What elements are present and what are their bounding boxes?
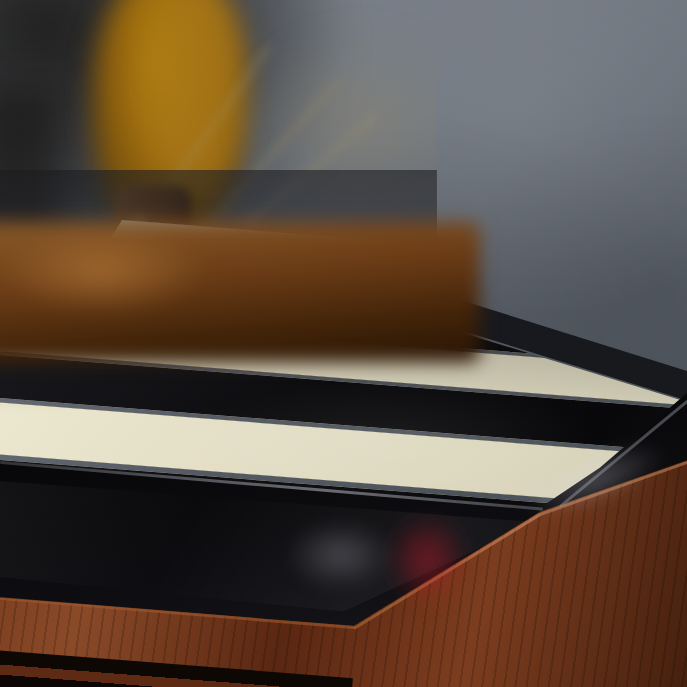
silver-reflection bbox=[285, 520, 395, 590]
red-knight-reflection bbox=[385, 512, 470, 607]
wooden-box-blur bbox=[0, 222, 480, 362]
chess-photo-scene: ♜♟♚♛♞♟♜♝♟♟♟♝♛♚♝♞♜♟ bbox=[0, 0, 687, 687]
